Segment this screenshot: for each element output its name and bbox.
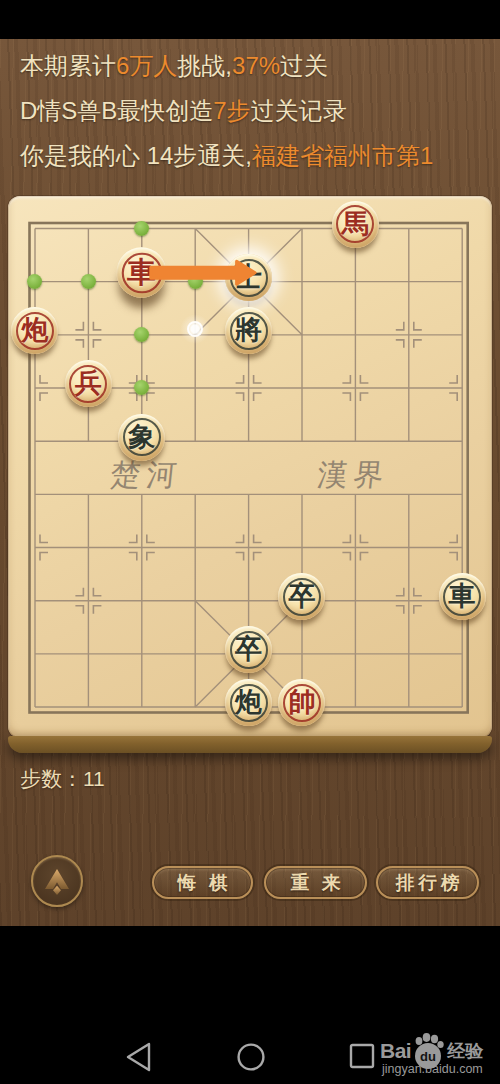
challenge-info: 本期累计6万人挑战,37%过关D情S兽B最快创造7步过关记录你是我的心 14步通… — [20, 52, 490, 187]
piece-black-卒[interactable]: 卒 — [225, 626, 272, 673]
piece-black-車[interactable]: 車 — [439, 573, 486, 620]
piece-red-炮[interactable]: 炮 — [11, 307, 58, 354]
piece-black-士[interactable]: 士 — [225, 254, 272, 301]
leaderboard-button[interactable]: 排行榜 — [376, 866, 479, 899]
step-counter-value: 11 — [83, 767, 105, 790]
piece-red-車[interactable]: 車 — [117, 247, 167, 297]
step-counter-label: 步数： — [20, 767, 83, 790]
undo-button[interactable]: 悔棋 — [152, 866, 253, 899]
piece-black-炮[interactable]: 炮 — [225, 679, 272, 726]
move-dot[interactable] — [134, 327, 149, 342]
status-bar — [0, 0, 500, 39]
move-dot[interactable] — [27, 274, 42, 289]
phone-screen: 本期累计6万人挑战,37%过关D情S兽B最快创造7步过关记录你是我的心 14步通… — [0, 0, 500, 1084]
pieces-layer[interactable]: 馬車士炮將兵象卒車卒炮帥 — [8, 202, 489, 734]
chevron-up-icon — [41, 865, 73, 897]
move-dot[interactable] — [188, 274, 203, 289]
watermark-url: jingyan.baidu.com — [382, 1062, 483, 1076]
move-dot[interactable] — [134, 221, 149, 236]
baidu-logo-text: Bai — [380, 1039, 411, 1063]
restart-button[interactable]: 重来 — [264, 866, 367, 899]
jingyan-text: 经验 — [447, 1039, 483, 1063]
piece-black-象[interactable]: 象 — [118, 414, 165, 461]
nav-recents-button[interactable] — [349, 1043, 375, 1069]
step-counter: 步数：11 — [20, 765, 105, 793]
move-dot[interactable] — [134, 380, 149, 395]
piece-red-馬[interactable]: 馬 — [332, 201, 379, 248]
challenge-info-line: 你是我的心 14步通关,福建省福州市第1 — [20, 142, 490, 170]
xiangqi-board[interactable]: 楚河 漢界 馬車士炮將兵象卒車卒炮帥 — [8, 196, 492, 738]
sparkle-effect — [178, 312, 212, 346]
piece-black-將[interactable]: 將 — [225, 307, 272, 354]
piece-black-卒[interactable]: 卒 — [278, 573, 325, 620]
piece-red-帥[interactable]: 帥 — [278, 679, 325, 726]
nav-back-button[interactable] — [122, 1042, 152, 1072]
move-dot[interactable] — [81, 274, 96, 289]
nav-home-button[interactable] — [236, 1042, 266, 1072]
piece-red-兵[interactable]: 兵 — [65, 360, 112, 407]
board-edge — [8, 736, 492, 753]
collapse-button[interactable] — [31, 855, 83, 907]
baidu-jingyan-watermark: Bai du 经验 jingyan.baidu.com — [380, 1026, 498, 1078]
challenge-info-line: D情S兽B最快创造7步过关记录 — [20, 97, 490, 125]
challenge-info-line: 本期累计6万人挑战,37%过关 — [20, 52, 490, 80]
